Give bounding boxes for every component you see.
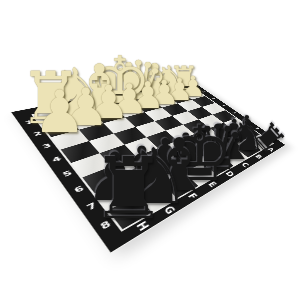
piece-white-pawn-h2[interactable]: ♟ xyxy=(33,83,86,142)
rank-label-right-3: 3 xyxy=(211,97,216,99)
rank-label-right-4: 4 xyxy=(221,104,226,106)
rank-label-left-5: 5 xyxy=(61,169,73,177)
chess-set-photo: 1122334455667788HHGGFFEEDDCCBBAA ♜♞♝♛♚♝♞… xyxy=(0,0,300,300)
rank-label-left-6: 6 xyxy=(72,185,85,194)
piece-black-rook-h8[interactable]: ♜ xyxy=(91,147,167,232)
rank-label-left-4: 4 xyxy=(51,155,63,163)
